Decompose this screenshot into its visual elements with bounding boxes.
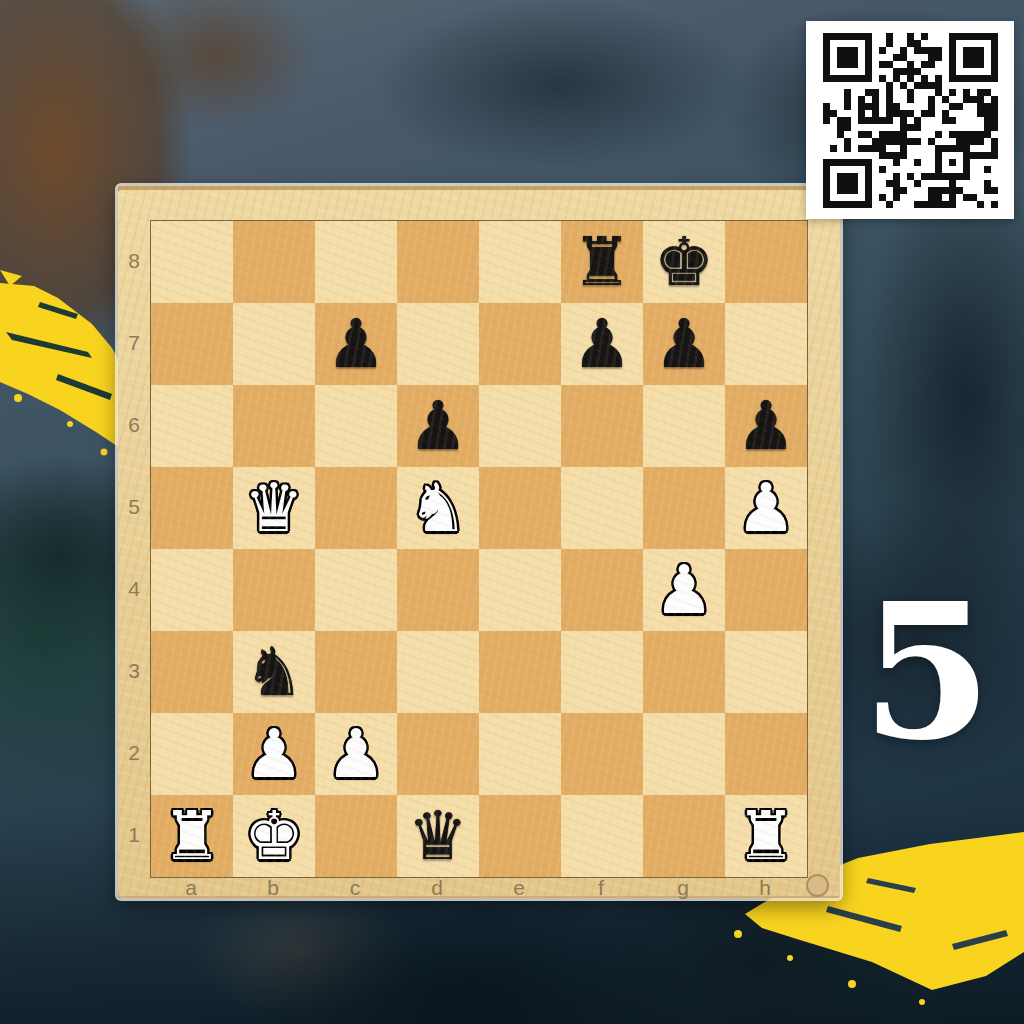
square-c1[interactable] [315,795,397,877]
square-d8[interactable] [397,221,479,303]
puzzle-number: 5 [852,577,1002,765]
qr-modules [823,33,998,208]
piece-black-rook-f8[interactable]: ♜ [572,221,632,303]
square-c5[interactable] [315,467,397,549]
square-g8[interactable]: ♚ [643,221,725,303]
piece-black-queen-d1[interactable]: ♛ [408,795,468,877]
square-e6[interactable] [479,385,561,467]
square-e3[interactable] [479,631,561,713]
square-d4[interactable] [397,549,479,631]
square-b7[interactable] [233,303,315,385]
piece-black-pawn-d6[interactable]: ♟ [408,385,468,467]
square-f5[interactable] [561,467,643,549]
square-d6[interactable]: ♟ [397,385,479,467]
square-a7[interactable] [151,303,233,385]
square-f7[interactable]: ♟ [561,303,643,385]
square-g2[interactable] [643,713,725,795]
square-g4[interactable]: ♟ [643,549,725,631]
square-e4[interactable] [479,549,561,631]
square-d2[interactable] [397,713,479,795]
side-to-move-indicator [806,874,829,897]
chessboard: 87654321 ♜♚♟♟♟♟♟♛♞♟♟♞♟♟♜♚♛♜ abcdefgh [118,186,840,898]
rank-label-3: 3 [118,630,150,712]
square-f3[interactable] [561,631,643,713]
piece-white-knight-d5[interactable]: ♞ [408,467,468,549]
file-label-f: f [560,877,642,898]
square-b5[interactable]: ♛ [233,467,315,549]
piece-white-pawn-h5[interactable]: ♟ [736,467,796,549]
square-g1[interactable] [643,795,725,877]
square-e1[interactable] [479,795,561,877]
piece-white-queen-b5[interactable]: ♛ [244,467,304,549]
square-b3[interactable]: ♞ [233,631,315,713]
square-a5[interactable] [151,467,233,549]
square-b6[interactable] [233,385,315,467]
file-labels: abcdefgh [150,877,806,898]
square-c6[interactable] [315,385,397,467]
square-c4[interactable] [315,549,397,631]
square-a8[interactable] [151,221,233,303]
qr-code [806,21,1014,219]
square-e5[interactable] [479,467,561,549]
square-h8[interactable] [725,221,807,303]
rank-label-8: 8 [118,220,150,302]
square-h3[interactable] [725,631,807,713]
square-h2[interactable] [725,713,807,795]
piece-black-king-g8[interactable]: ♚ [654,221,714,303]
piece-black-pawn-g7[interactable]: ♟ [654,303,714,385]
piece-white-king-b1[interactable]: ♚ [244,795,304,877]
rank-label-5: 5 [118,466,150,548]
square-b8[interactable] [233,221,315,303]
square-h7[interactable] [725,303,807,385]
square-e8[interactable] [479,221,561,303]
file-label-c: c [314,877,396,898]
rank-labels: 87654321 [118,220,150,876]
file-label-d: d [396,877,478,898]
rank-label-2: 2 [118,712,150,794]
square-e2[interactable] [479,713,561,795]
square-g7[interactable]: ♟ [643,303,725,385]
file-label-h: h [724,877,806,898]
square-c8[interactable] [315,221,397,303]
square-g6[interactable] [643,385,725,467]
square-h1[interactable]: ♜ [725,795,807,877]
square-f1[interactable] [561,795,643,877]
piece-black-pawn-c7[interactable]: ♟ [326,303,386,385]
file-label-e: e [478,877,560,898]
rank-label-7: 7 [118,302,150,384]
rank-label-1: 1 [118,794,150,876]
square-f8[interactable]: ♜ [561,221,643,303]
piece-white-pawn-c2[interactable]: ♟ [326,713,386,795]
piece-white-pawn-g4[interactable]: ♟ [654,549,714,631]
rank-label-6: 6 [118,384,150,466]
file-label-b: b [232,877,314,898]
square-c2[interactable]: ♟ [315,713,397,795]
square-a1[interactable]: ♜ [151,795,233,877]
file-label-a: a [150,877,232,898]
piece-black-pawn-h6[interactable]: ♟ [736,385,796,467]
square-a4[interactable] [151,549,233,631]
file-label-g: g [642,877,724,898]
square-d3[interactable] [397,631,479,713]
square-a3[interactable] [151,631,233,713]
piece-white-rook-a1[interactable]: ♜ [162,795,222,877]
square-d5[interactable]: ♞ [397,467,479,549]
piece-black-knight-b3[interactable]: ♞ [244,631,304,713]
square-d7[interactable] [397,303,479,385]
square-c3[interactable] [315,631,397,713]
square-b2[interactable]: ♟ [233,713,315,795]
square-f2[interactable] [561,713,643,795]
square-e7[interactable] [479,303,561,385]
square-h4[interactable] [725,549,807,631]
square-h6[interactable]: ♟ [725,385,807,467]
square-f4[interactable] [561,549,643,631]
square-g5[interactable] [643,467,725,549]
square-c7[interactable]: ♟ [315,303,397,385]
square-d1[interactable]: ♛ [397,795,479,877]
square-g3[interactable] [643,631,725,713]
piece-black-pawn-f7[interactable]: ♟ [572,303,632,385]
square-h5[interactable]: ♟ [725,467,807,549]
square-a6[interactable] [151,385,233,467]
square-a2[interactable] [151,713,233,795]
square-b1[interactable]: ♚ [233,795,315,877]
piece-white-rook-h1[interactable]: ♜ [736,795,796,877]
piece-white-pawn-b2[interactable]: ♟ [244,713,304,795]
square-b4[interactable] [233,549,315,631]
puzzle-poster: 87654321 ♜♚♟♟♟♟♟♛♞♟♟♞♟♟♜♚♛♜ abcdefgh 5 [0,0,1024,1024]
board-grid: ♜♚♟♟♟♟♟♛♞♟♟♞♟♟♜♚♛♜ [150,220,808,878]
rank-label-4: 4 [118,548,150,630]
square-f6[interactable] [561,385,643,467]
